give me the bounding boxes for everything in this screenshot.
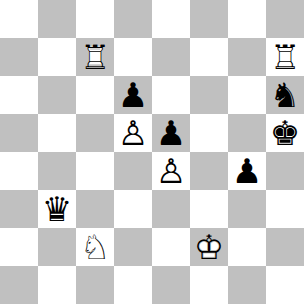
square-h3[interactable] [266,190,304,228]
square-b3[interactable]: ♛ [38,190,76,228]
square-f3[interactable] [190,190,228,228]
black-queen[interactable]: ♛ [38,190,76,228]
white-rook[interactable]: ♜♖ [76,38,114,76]
square-b8[interactable] [38,0,76,38]
square-e5[interactable]: ♟ [152,114,190,152]
square-c3[interactable] [76,190,114,228]
square-h7[interactable]: ♜♖ [266,38,304,76]
square-g6[interactable] [228,76,266,114]
square-c6[interactable] [76,76,114,114]
square-b6[interactable] [38,76,76,114]
square-e8[interactable] [152,0,190,38]
black-pawn[interactable]: ♟ [152,114,190,152]
square-c1[interactable] [76,266,114,304]
square-e6[interactable] [152,76,190,114]
square-f4[interactable] [190,152,228,190]
square-e1[interactable] [152,266,190,304]
square-h1[interactable] [266,266,304,304]
square-e2[interactable] [152,228,190,266]
black-pawn[interactable]: ♟ [228,152,266,190]
square-e7[interactable] [152,38,190,76]
square-d2[interactable] [114,228,152,266]
square-g1[interactable] [228,266,266,304]
square-f1[interactable] [190,266,228,304]
white-king-glyph: ♔ [190,228,228,266]
square-a8[interactable] [0,0,38,38]
square-f2[interactable]: ♚♔ [190,228,228,266]
chess-board: ♜♖♜♖♟♞♟♙♟♚♟♙♟♛♞♘♚♔ [0,0,304,304]
square-b7[interactable] [38,38,76,76]
square-a7[interactable] [0,38,38,76]
square-a2[interactable] [0,228,38,266]
black-king[interactable]: ♚ [266,114,304,152]
square-h4[interactable] [266,152,304,190]
white-knight-glyph: ♘ [76,228,114,266]
square-d5[interactable]: ♟♙ [114,114,152,152]
white-pawn-glyph: ♙ [152,152,190,190]
square-g2[interactable] [228,228,266,266]
white-rook-glyph: ♖ [266,38,304,76]
square-f7[interactable] [190,38,228,76]
square-e3[interactable] [152,190,190,228]
square-h8[interactable] [266,0,304,38]
square-d8[interactable] [114,0,152,38]
black-knight[interactable]: ♞ [266,76,304,114]
square-c8[interactable] [76,0,114,38]
square-h6[interactable]: ♞ [266,76,304,114]
square-f8[interactable] [190,0,228,38]
square-g7[interactable] [228,38,266,76]
square-b5[interactable] [38,114,76,152]
square-h5[interactable]: ♚ [266,114,304,152]
square-g3[interactable] [228,190,266,228]
square-d4[interactable] [114,152,152,190]
white-king[interactable]: ♚♔ [190,228,228,266]
square-a5[interactable] [0,114,38,152]
square-a4[interactable] [0,152,38,190]
square-c2[interactable]: ♞♘ [76,228,114,266]
square-f6[interactable] [190,76,228,114]
square-c7[interactable]: ♜♖ [76,38,114,76]
square-a6[interactable] [0,76,38,114]
square-d7[interactable] [114,38,152,76]
square-d3[interactable] [114,190,152,228]
white-rook[interactable]: ♜♖ [266,38,304,76]
white-rook-glyph: ♖ [76,38,114,76]
white-pawn-glyph: ♙ [114,114,152,152]
square-f5[interactable] [190,114,228,152]
square-e4[interactable]: ♟♙ [152,152,190,190]
square-d6[interactable]: ♟ [114,76,152,114]
square-a1[interactable] [0,266,38,304]
square-b2[interactable] [38,228,76,266]
white-pawn[interactable]: ♟♙ [114,114,152,152]
square-b1[interactable] [38,266,76,304]
square-a3[interactable] [0,190,38,228]
white-knight[interactable]: ♞♘ [76,228,114,266]
white-pawn[interactable]: ♟♙ [152,152,190,190]
square-d1[interactable] [114,266,152,304]
square-g8[interactable] [228,0,266,38]
square-b4[interactable] [38,152,76,190]
square-g4[interactable]: ♟ [228,152,266,190]
square-g5[interactable] [228,114,266,152]
black-pawn[interactable]: ♟ [114,76,152,114]
square-h2[interactable] [266,228,304,266]
square-c4[interactable] [76,152,114,190]
square-c5[interactable] [76,114,114,152]
